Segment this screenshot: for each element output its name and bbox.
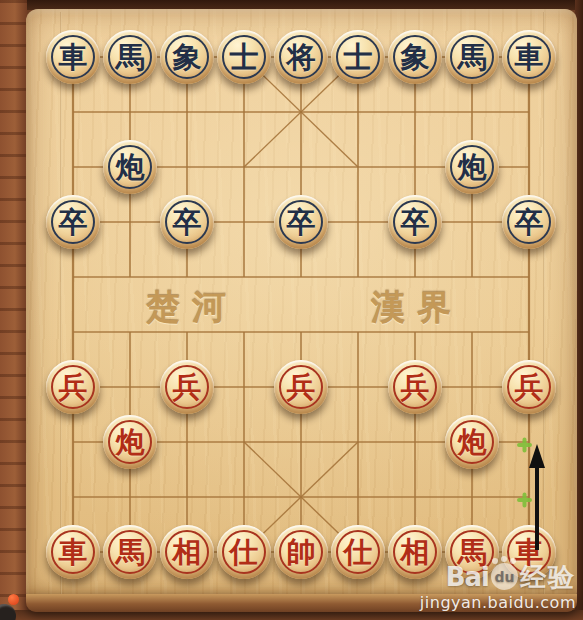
watermark-du-text: du (495, 570, 515, 584)
watermark-domain: jingyan.baidu.com (420, 593, 576, 612)
move-arrow-head (529, 444, 545, 468)
move-hint-annotations (0, 0, 583, 620)
watermark-bai-text: Bai (446, 564, 489, 590)
baidu-paw-icon: du (491, 563, 518, 590)
xiangqi-app-screen: 楚河 漢界 車馬象士将士象馬車炮炮卒卒卒卒卒兵兵兵兵兵炮炮車馬相仕帥仕相馬車 B… (0, 0, 583, 620)
hint-marker-i3[interactable] (519, 440, 530, 451)
mascot-icon (0, 594, 26, 620)
hint-marker-i2[interactable] (519, 495, 530, 506)
watermark-brand: Baidu经验 (420, 563, 576, 590)
mascot-head (0, 604, 16, 620)
watermark: Baidu经验 jingyan.baidu.com (420, 563, 576, 612)
mascot-ball (8, 594, 19, 605)
watermark-cn-text: 经验 (520, 564, 576, 590)
